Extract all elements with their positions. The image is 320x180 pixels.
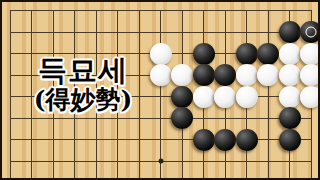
stone-black	[236, 43, 258, 65]
stone-white	[300, 64, 320, 86]
stone-white	[279, 64, 301, 86]
stone-black	[279, 129, 301, 151]
grid-line-h	[10, 32, 312, 33]
stone-black	[279, 107, 301, 129]
stone-black	[214, 129, 236, 151]
stone-white	[300, 86, 320, 108]
last-move-circle-marker	[306, 27, 317, 38]
stone-black	[236, 129, 258, 151]
stone-white	[236, 64, 258, 86]
grid-line-h	[10, 118, 312, 119]
stone-white	[214, 86, 236, 108]
stone-black	[193, 64, 215, 86]
stone-white	[279, 43, 301, 65]
stone-black	[214, 64, 236, 86]
caption-hanja: (得妙勢)	[20, 87, 146, 112]
stone-black	[193, 43, 215, 65]
stone-white	[150, 64, 172, 86]
stone-black	[171, 86, 193, 108]
grid-line-h	[10, 10, 312, 11]
caption: 득묘세 (得妙勢)	[20, 56, 146, 112]
stone-white	[236, 86, 258, 108]
stone-white	[171, 64, 193, 86]
star-point	[158, 159, 163, 164]
stone-white	[257, 64, 279, 86]
stone-black	[193, 129, 215, 151]
stone-black	[279, 21, 301, 43]
stone-white	[300, 43, 320, 65]
stone-black	[300, 21, 320, 43]
stone-black	[257, 43, 279, 65]
stone-white	[193, 86, 215, 108]
stone-white	[279, 86, 301, 108]
stone-black	[171, 107, 193, 129]
board-frame: 득묘세 (得妙勢)	[0, 0, 320, 180]
caption-korean: 득묘세	[20, 56, 146, 85]
stone-white	[150, 43, 172, 65]
grid-line-h	[10, 139, 312, 140]
